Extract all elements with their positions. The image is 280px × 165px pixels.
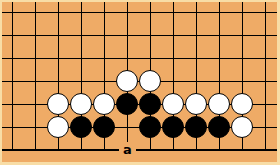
point-label-a: a bbox=[119, 142, 136, 158]
board-edge-line bbox=[2, 149, 277, 151]
white-stone bbox=[139, 70, 161, 92]
white-stone bbox=[185, 93, 207, 115]
black-stone bbox=[70, 116, 92, 138]
grid-line-horizontal bbox=[2, 35, 277, 36]
black-stone bbox=[208, 116, 230, 138]
grid-line-horizontal bbox=[2, 12, 277, 13]
white-stone bbox=[70, 93, 92, 115]
go-diagram-frame: a bbox=[0, 0, 280, 165]
black-stone bbox=[185, 116, 207, 138]
white-stone bbox=[231, 116, 253, 138]
white-stone bbox=[47, 116, 69, 138]
grid-line-horizontal bbox=[2, 58, 277, 59]
black-stone bbox=[162, 116, 184, 138]
black-stone bbox=[139, 116, 161, 138]
white-stone bbox=[231, 93, 253, 115]
white-stone bbox=[116, 70, 138, 92]
black-stone bbox=[139, 93, 161, 115]
black-stone bbox=[93, 116, 115, 138]
go-board: a bbox=[2, 2, 277, 162]
white-stone bbox=[93, 93, 115, 115]
white-stone bbox=[47, 93, 69, 115]
white-stone bbox=[208, 93, 230, 115]
black-stone bbox=[116, 93, 138, 115]
white-stone bbox=[162, 93, 184, 115]
